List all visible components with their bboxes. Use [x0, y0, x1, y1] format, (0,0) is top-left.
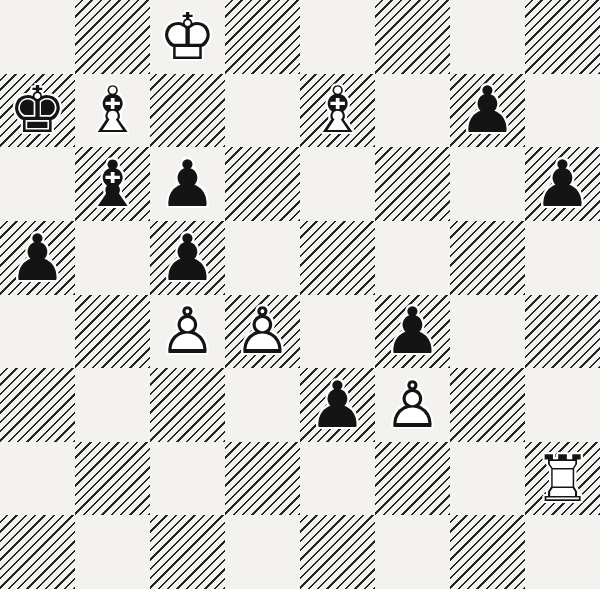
square-g1[interactable] — [450, 515, 525, 589]
piece-halo-white-pawn-f3: ♟ — [375, 368, 450, 442]
piece-halo-white-pawn-d4: ♟ — [225, 295, 300, 369]
piece-white-bishop-e7: ♗ — [300, 74, 375, 148]
square-g3[interactable] — [450, 368, 525, 442]
piece-halo-white-bishop-e7: ♝ — [300, 74, 375, 148]
square-f1[interactable] — [375, 515, 450, 589]
square-f7[interactable] — [375, 74, 450, 148]
piece-black-king-a7: ♚ — [0, 74, 75, 148]
square-g7[interactable]: ♟♟ — [450, 74, 525, 148]
square-e2[interactable] — [300, 442, 375, 516]
square-b4[interactable] — [75, 295, 150, 369]
square-g2[interactable] — [450, 442, 525, 516]
piece-halo-black-pawn-f4: ♟ — [375, 295, 450, 369]
square-c8[interactable]: ♚♔ — [150, 0, 225, 74]
square-d5[interactable] — [225, 221, 300, 295]
square-f5[interactable] — [375, 221, 450, 295]
square-d6[interactable] — [225, 147, 300, 221]
square-a2[interactable] — [0, 442, 75, 516]
square-e3[interactable]: ♟♟ — [300, 368, 375, 442]
piece-halo-black-king-a7: ♚ — [0, 74, 75, 148]
square-d3[interactable] — [225, 368, 300, 442]
piece-halo-black-pawn-e3: ♟ — [300, 368, 375, 442]
square-h3[interactable] — [525, 368, 600, 442]
square-b7[interactable]: ♝♗ — [75, 74, 150, 148]
square-b5[interactable] — [75, 221, 150, 295]
square-b3[interactable] — [75, 368, 150, 442]
piece-black-pawn-f4: ♟ — [375, 295, 450, 369]
square-a5[interactable]: ♟♟ — [0, 221, 75, 295]
square-c6[interactable]: ♟♟ — [150, 147, 225, 221]
square-d7[interactable] — [225, 74, 300, 148]
square-c1[interactable] — [150, 515, 225, 589]
square-c5[interactable]: ♟♟ — [150, 221, 225, 295]
square-c7[interactable] — [150, 74, 225, 148]
square-a7[interactable]: ♚♚ — [0, 74, 75, 148]
piece-white-pawn-f3: ♙ — [375, 368, 450, 442]
square-c3[interactable] — [150, 368, 225, 442]
square-f8[interactable] — [375, 0, 450, 74]
piece-black-pawn-a5: ♟ — [0, 221, 75, 295]
square-h5[interactable] — [525, 221, 600, 295]
square-e4[interactable] — [300, 295, 375, 369]
square-e8[interactable] — [300, 0, 375, 74]
piece-white-king-c8: ♔ — [150, 0, 225, 74]
piece-white-bishop-b7: ♗ — [75, 74, 150, 148]
square-a8[interactable] — [0, 0, 75, 74]
square-e7[interactable]: ♝♗ — [300, 74, 375, 148]
piece-black-pawn-c6: ♟ — [150, 147, 225, 221]
piece-black-pawn-h6: ♟ — [525, 147, 600, 221]
square-c2[interactable] — [150, 442, 225, 516]
chess-board: ♚♔♚♚♝♗♝♗♟♟♝♝♟♟♟♟♟♟♟♟♟♙♟♙♟♟♟♟♟♙♜♖ — [0, 0, 600, 589]
piece-black-bishop-b6: ♝ — [75, 147, 150, 221]
square-a3[interactable] — [0, 368, 75, 442]
piece-black-pawn-c5: ♟ — [150, 221, 225, 295]
piece-halo-white-king-c8: ♚ — [150, 0, 225, 74]
square-h6[interactable]: ♟♟ — [525, 147, 600, 221]
square-h1[interactable] — [525, 515, 600, 589]
square-e6[interactable] — [300, 147, 375, 221]
square-f3[interactable]: ♟♙ — [375, 368, 450, 442]
piece-halo-black-pawn-a5: ♟ — [0, 221, 75, 295]
square-e1[interactable] — [300, 515, 375, 589]
piece-white-pawn-c4: ♙ — [150, 295, 225, 369]
square-c4[interactable]: ♟♙ — [150, 295, 225, 369]
square-f4[interactable]: ♟♟ — [375, 295, 450, 369]
square-f6[interactable] — [375, 147, 450, 221]
piece-halo-black-pawn-c6: ♟ — [150, 147, 225, 221]
square-g4[interactable] — [450, 295, 525, 369]
square-f2[interactable] — [375, 442, 450, 516]
square-h8[interactable] — [525, 0, 600, 74]
square-b6[interactable]: ♝♝ — [75, 147, 150, 221]
piece-halo-black-pawn-h6: ♟ — [525, 147, 600, 221]
square-a6[interactable] — [0, 147, 75, 221]
piece-black-pawn-e3: ♟ — [300, 368, 375, 442]
square-d2[interactable] — [225, 442, 300, 516]
square-d8[interactable] — [225, 0, 300, 74]
square-b1[interactable] — [75, 515, 150, 589]
square-g5[interactable] — [450, 221, 525, 295]
square-a4[interactable] — [0, 295, 75, 369]
piece-halo-white-pawn-c4: ♟ — [150, 295, 225, 369]
square-g6[interactable] — [450, 147, 525, 221]
square-b2[interactable] — [75, 442, 150, 516]
square-h7[interactable] — [525, 74, 600, 148]
piece-halo-white-bishop-b7: ♝ — [75, 74, 150, 148]
piece-halo-black-pawn-g7: ♟ — [450, 74, 525, 148]
piece-halo-white-rook-h2: ♜ — [525, 442, 600, 516]
piece-white-rook-h2: ♖ — [525, 442, 600, 516]
square-g8[interactable] — [450, 0, 525, 74]
square-d1[interactable] — [225, 515, 300, 589]
piece-white-pawn-d4: ♙ — [225, 295, 300, 369]
square-e5[interactable] — [300, 221, 375, 295]
square-a1[interactable] — [0, 515, 75, 589]
piece-halo-black-bishop-b6: ♝ — [75, 147, 150, 221]
square-h2[interactable]: ♜♖ — [525, 442, 600, 516]
square-d4[interactable]: ♟♙ — [225, 295, 300, 369]
square-h4[interactable] — [525, 295, 600, 369]
piece-halo-black-pawn-c5: ♟ — [150, 221, 225, 295]
square-b8[interactable] — [75, 0, 150, 74]
piece-black-pawn-g7: ♟ — [450, 74, 525, 148]
